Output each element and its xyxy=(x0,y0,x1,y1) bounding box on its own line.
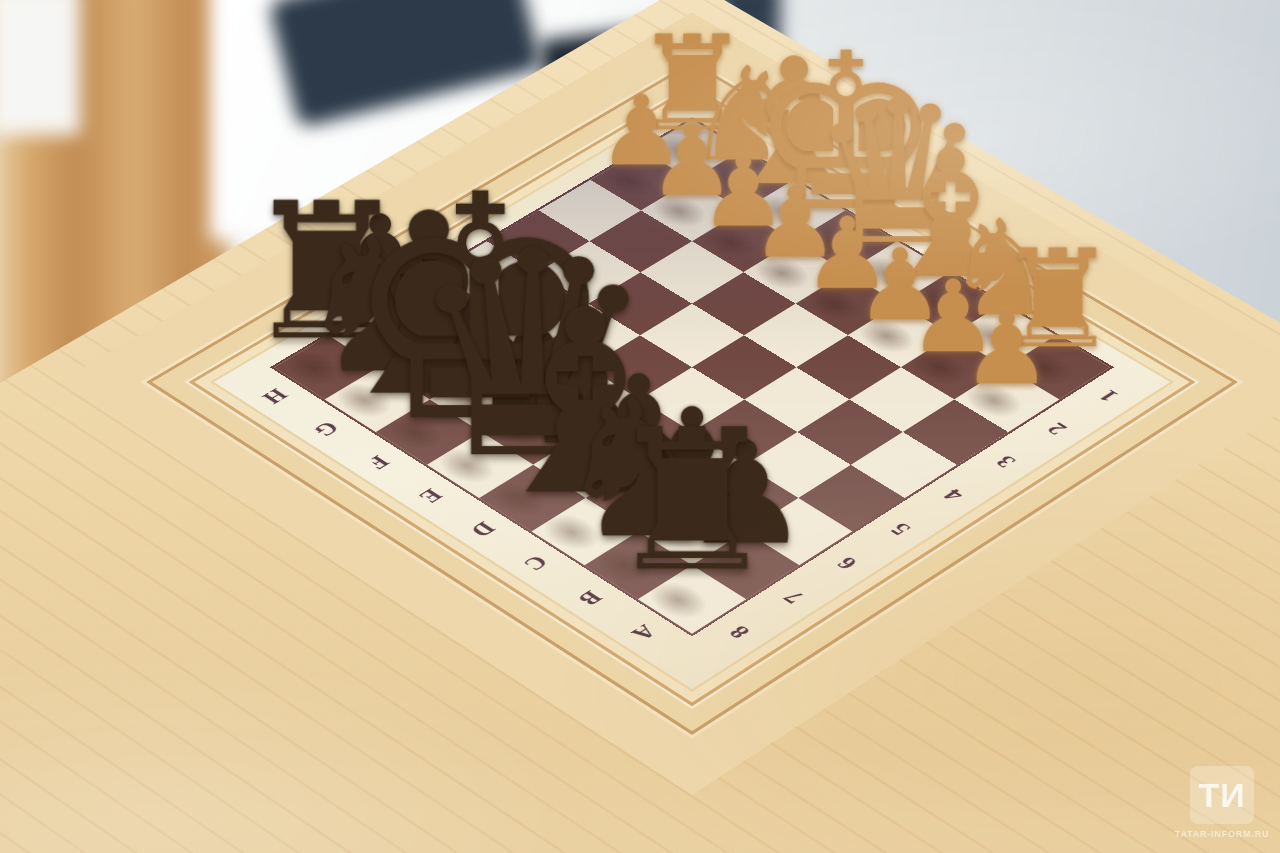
rank-label-text: 5 xyxy=(885,519,917,539)
file-label-text: C xyxy=(518,551,555,574)
file-label-text: E xyxy=(413,484,448,506)
file-label-text: A xyxy=(626,620,663,644)
watermark: ТИ TATAR-INFORM.RU xyxy=(1152,766,1280,839)
photo-scene: ♜♞♝♚♛♝♞♜♟♟♟♟♟♟♟♟♟♟♟♟♟♟♟♟♜♞♝♚♛♝♞♜ HGFEDCB… xyxy=(0,0,1280,853)
rank-label-text: 4 xyxy=(938,485,970,505)
watermark-logo-text: ТИ xyxy=(1198,776,1245,815)
rank-label-text: 8 xyxy=(724,622,757,643)
scene-3d: ♜♞♝♚♛♝♞♜♟♟♟♟♟♟♟♟♟♟♟♟♟♟♟♟♜♞♝♚♛♝♞♜ HGFEDCB… xyxy=(0,0,1280,853)
rank-label-text: 3 xyxy=(990,452,1021,472)
watermark-caption: TATAR-INFORM.RU xyxy=(1152,829,1280,839)
watermark-logo: ТИ xyxy=(1190,766,1254,824)
